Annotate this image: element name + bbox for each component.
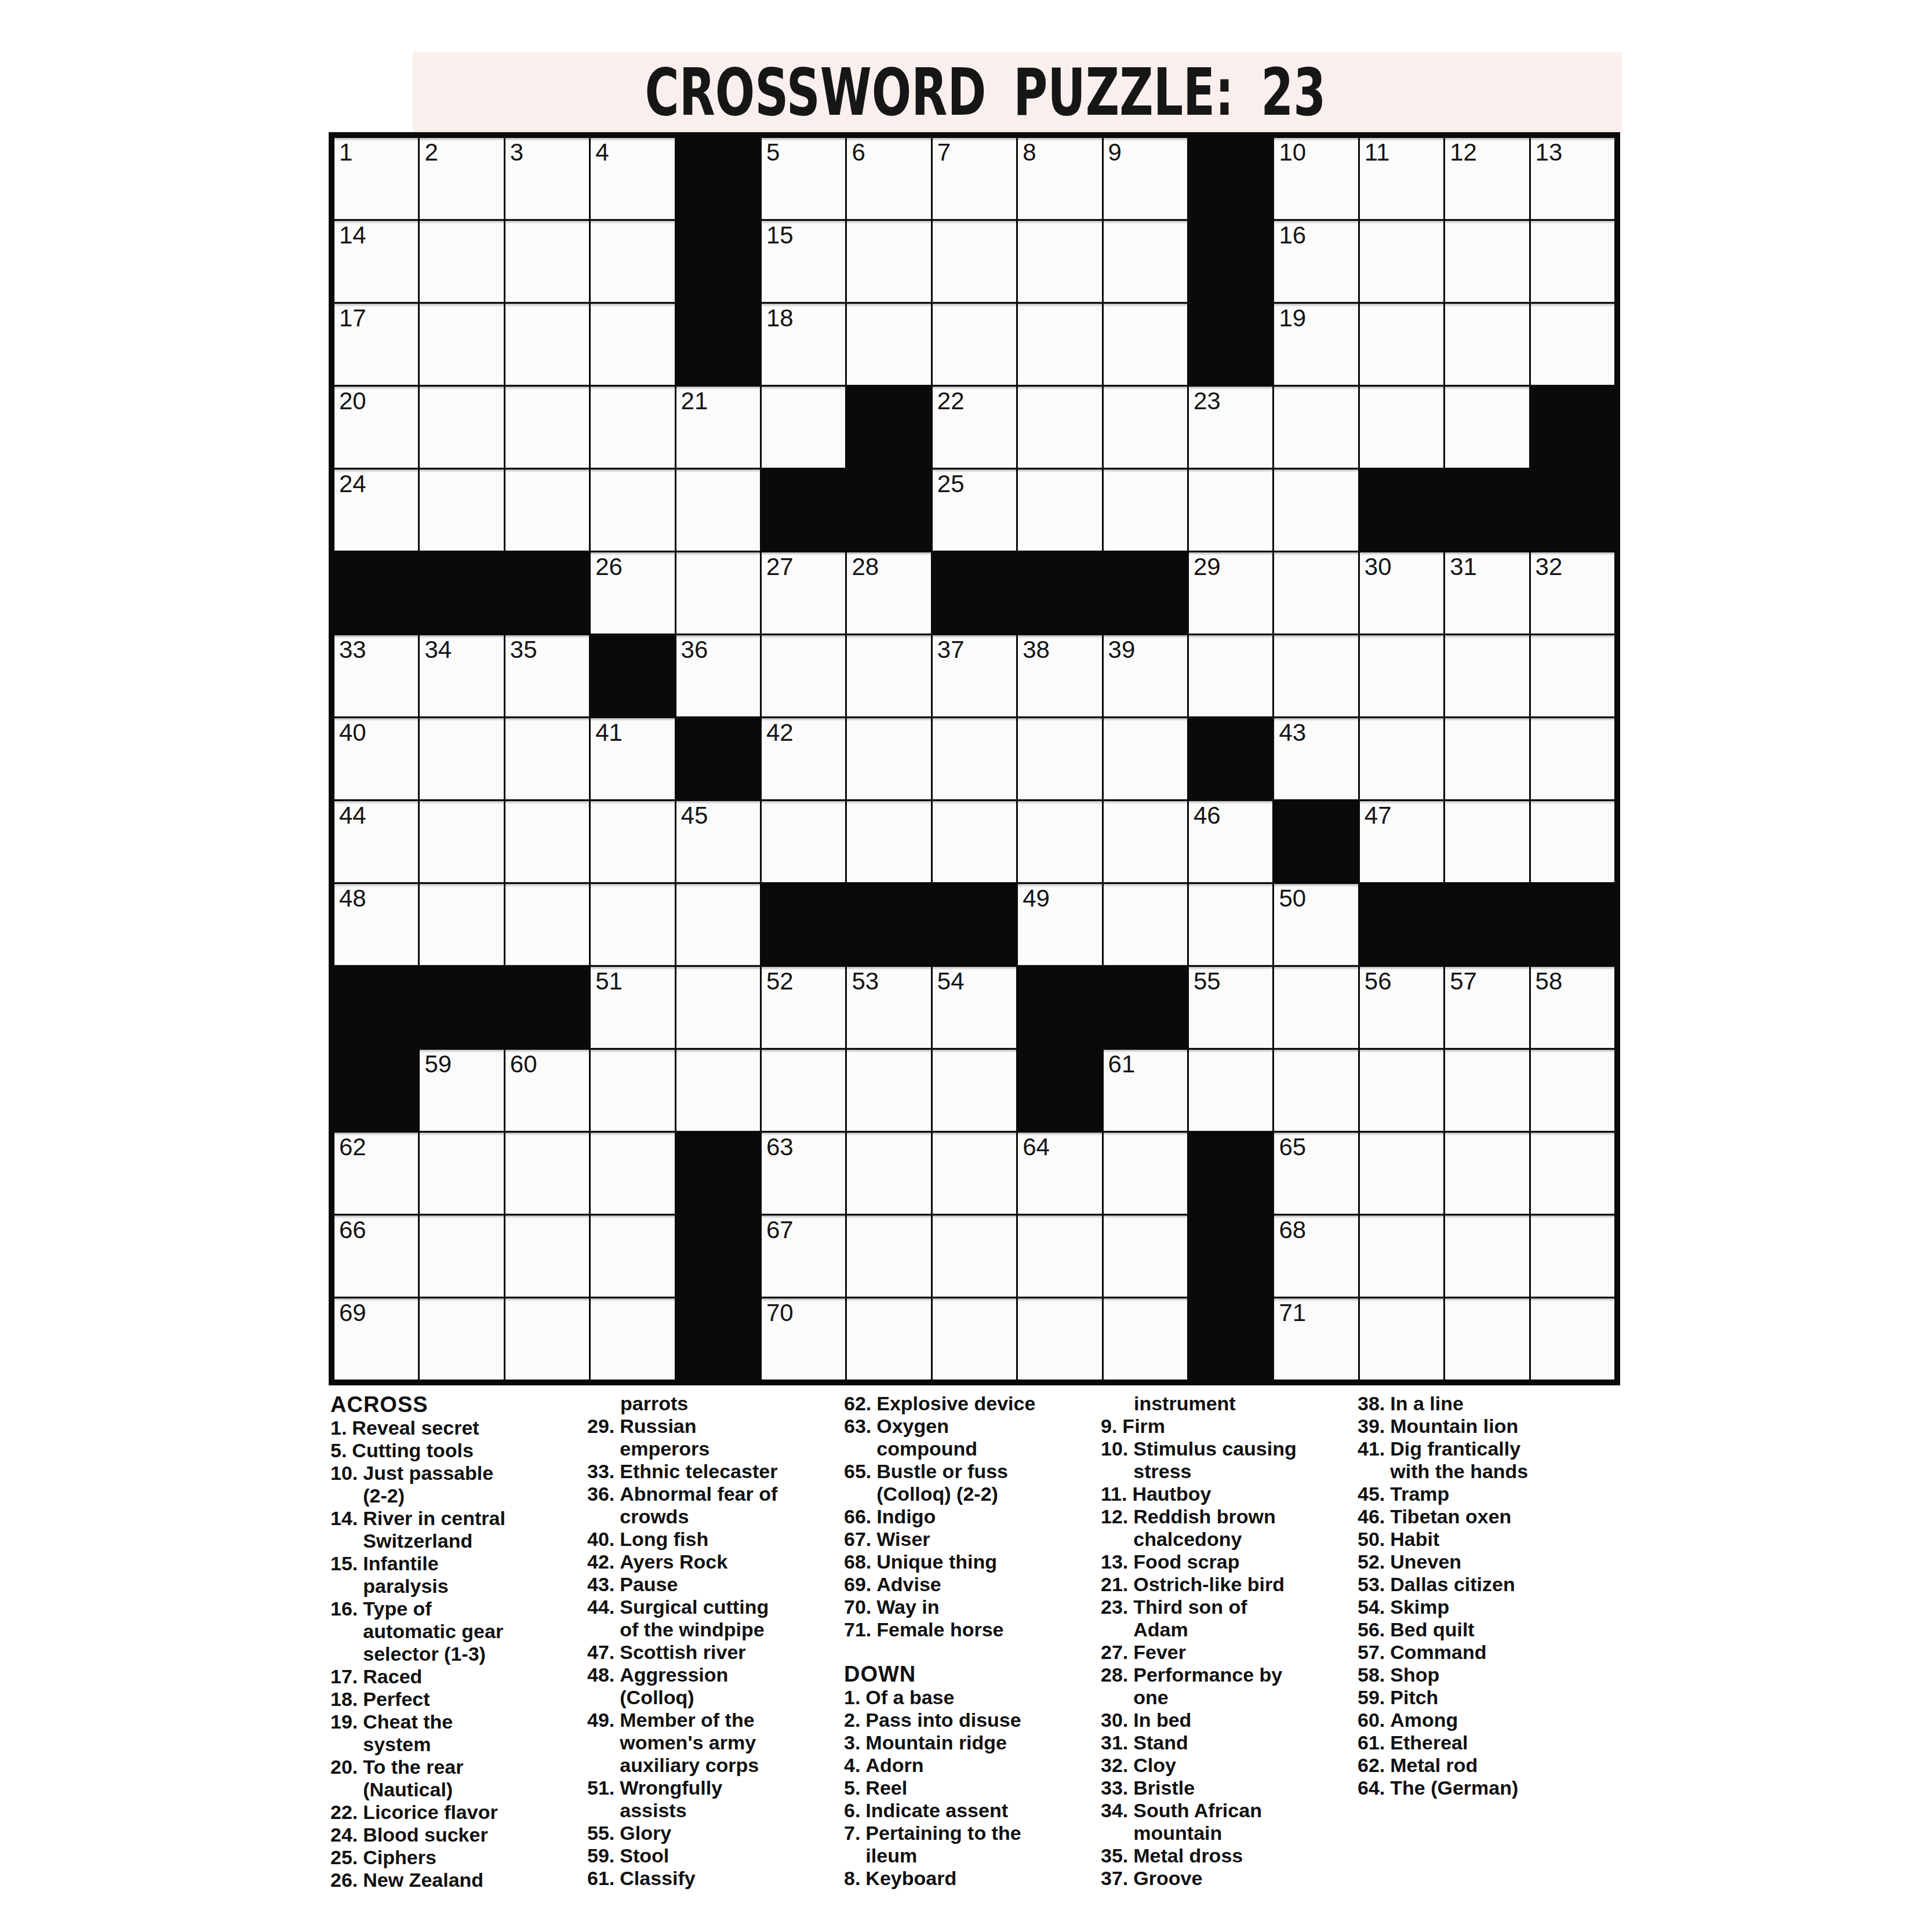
cell-r5c10[interactable] (1104, 470, 1187, 551)
black-cell-r11c3 (505, 967, 589, 1048)
cell-r5c3[interactable] (505, 470, 589, 551)
clue-text: Dallas citizen (1390, 1573, 1515, 1596)
cell-number: 16 (1279, 223, 1306, 248)
clue-number: 25. (330, 1846, 358, 1869)
clue-number: 1. (330, 1417, 347, 1439)
cell-r9c11[interactable]: 46 (1189, 801, 1272, 882)
clue-down-32: 32.Cloy (1101, 1754, 1347, 1777)
cell-r12c11[interactable] (1189, 1050, 1272, 1131)
cell-number: 4 (595, 140, 609, 165)
cell-r6c14[interactable]: 31 (1445, 552, 1529, 634)
cell-number: 52 (766, 969, 794, 994)
clue-number: 33. (587, 1460, 614, 1483)
cell-r3c9[interactable] (1018, 304, 1101, 385)
cell-r13c9[interactable]: 64 (1018, 1133, 1101, 1214)
clue-across-29: 29.Russian emperors (587, 1415, 833, 1460)
cell-r2c2[interactable] (420, 221, 503, 302)
cell-r10c9[interactable]: 49 (1018, 884, 1101, 965)
cell-r2c13[interactable] (1360, 221, 1443, 302)
cell-number: 69 (339, 1301, 366, 1325)
cell-number: 71 (1279, 1301, 1306, 1325)
cell-r10c3[interactable] (505, 884, 589, 965)
cell-r12c4[interactable] (591, 1050, 674, 1131)
cell-r11c11[interactable]: 55 (1189, 967, 1272, 1048)
cell-r1c15[interactable]: 13 (1531, 138, 1614, 219)
cell-r3c15[interactable] (1531, 304, 1614, 385)
black-cell-r2c11 (1189, 221, 1272, 302)
cell-r8c1[interactable]: 40 (334, 718, 418, 799)
cell-r4c10[interactable] (1104, 387, 1187, 468)
cell-r13c15[interactable] (1531, 1133, 1614, 1214)
cell-r9c6[interactable] (762, 801, 845, 882)
cell-r11c7[interactable]: 53 (847, 967, 930, 1048)
cell-r7c15[interactable] (1531, 635, 1614, 716)
cell-r9c15[interactable] (1531, 801, 1614, 882)
cell-r7c13[interactable] (1360, 635, 1443, 716)
cell-r5c2[interactable] (420, 470, 503, 551)
cell-number: 42 (766, 721, 794, 745)
cell-r15c13[interactable] (1360, 1298, 1443, 1380)
clue-number: 5. (844, 1777, 860, 1799)
cell-r8c2[interactable] (420, 718, 503, 799)
clue-text: Bustle or fuss (Colloq) (2-2) (876, 1460, 1008, 1505)
cell-r6c15[interactable]: 32 (1531, 552, 1614, 634)
cell-r14c9[interactable] (1018, 1216, 1101, 1297)
cell-r1c10[interactable]: 9 (1104, 138, 1187, 219)
cell-r1c4[interactable]: 4 (591, 138, 674, 219)
cell-r12c13[interactable] (1360, 1050, 1443, 1131)
cell-r9c7[interactable] (847, 801, 930, 882)
cell-r7c2[interactable]: 34 (420, 635, 503, 716)
cell-r9c2[interactable] (420, 801, 503, 882)
cell-r4c9[interactable] (1018, 387, 1101, 468)
clue-across-71: 71.Female horse (844, 1618, 1090, 1641)
cell-r13c6[interactable]: 63 (762, 1133, 845, 1214)
cell-r10c5[interactable] (676, 884, 760, 965)
cell-r12c5[interactable] (676, 1050, 760, 1131)
cell-r8c7[interactable] (847, 718, 930, 799)
cell-r3c1[interactable]: 17 (334, 304, 418, 385)
cell-number: 25 (937, 472, 965, 496)
cell-r6c6[interactable]: 27 (762, 552, 845, 634)
cell-r8c6[interactable]: 42 (762, 718, 845, 799)
cell-r9c14[interactable] (1445, 801, 1529, 882)
cell-r3c4[interactable] (591, 304, 674, 385)
cell-r10c12[interactable]: 50 (1274, 884, 1358, 965)
cell-r6c4[interactable]: 26 (591, 552, 674, 634)
cell-number: 29 (1194, 555, 1221, 579)
cell-r12c3[interactable]: 60 (505, 1050, 589, 1131)
clue-text: Bristle (1133, 1777, 1195, 1799)
clue-down-30: 30.In bed (1101, 1709, 1347, 1731)
cell-r3c14[interactable] (1445, 304, 1529, 385)
cell-number: 46 (1194, 803, 1221, 828)
black-cell-r6c1 (334, 552, 418, 634)
clue-number: 59. (1358, 1686, 1385, 1709)
cell-r10c10[interactable] (1104, 884, 1187, 965)
cell-r4c11[interactable]: 23 (1189, 387, 1272, 468)
clue-text: Wrongfully assists (620, 1777, 722, 1822)
clue-text: Fever (1133, 1641, 1186, 1664)
clue-number: 5. (330, 1439, 347, 1462)
black-cell-r4c7 (847, 387, 930, 468)
cell-r15c12[interactable]: 71 (1274, 1298, 1358, 1380)
cell-r2c3[interactable] (505, 221, 589, 302)
cell-r4c2[interactable] (420, 387, 503, 468)
cell-number: 55 (1194, 969, 1221, 994)
cell-r6c5[interactable] (676, 552, 760, 634)
cell-r7c11[interactable] (1189, 635, 1272, 716)
clue-number: 67. (844, 1528, 871, 1551)
clue-number: 10. (330, 1462, 358, 1485)
cell-number: 15 (766, 223, 794, 248)
clue-down-57: 57.Command (1358, 1641, 1603, 1664)
cell-r11c6[interactable]: 52 (762, 967, 845, 1048)
cell-r9c5[interactable]: 45 (676, 801, 760, 882)
black-cell-r1c5 (676, 138, 760, 219)
cell-r7c6[interactable] (762, 635, 845, 716)
cell-r15c4[interactable] (591, 1298, 674, 1380)
cell-r14c6[interactable]: 67 (762, 1216, 845, 1297)
cell-r15c8[interactable] (933, 1298, 1016, 1380)
clue-number: 71. (844, 1618, 871, 1641)
cell-r3c12[interactable]: 19 (1274, 304, 1358, 385)
cell-r3c13[interactable] (1360, 304, 1443, 385)
clue-number: 61. (1358, 1731, 1385, 1754)
cell-r13c2[interactable] (420, 1133, 503, 1214)
cell-r13c1[interactable]: 62 (334, 1133, 418, 1214)
cell-r15c1[interactable]: 69 (334, 1298, 418, 1380)
clue-down-53: 53.Dallas citizen (1358, 1573, 1603, 1596)
cell-r13c14[interactable] (1445, 1133, 1529, 1214)
cell-r15c9[interactable] (1018, 1298, 1101, 1380)
cell-r11c8[interactable]: 54 (933, 967, 1016, 1048)
cell-r5c8[interactable]: 25 (933, 470, 1016, 551)
cell-r15c7[interactable] (847, 1298, 930, 1380)
cell-r9c3[interactable] (505, 801, 589, 882)
clue-text: Uneven (1390, 1551, 1461, 1573)
clue-number: 7. (844, 1822, 860, 1844)
clue-text: Abnormal fear of crowds (620, 1483, 777, 1528)
cell-r12c10[interactable]: 61 (1104, 1050, 1187, 1131)
cell-r3c2[interactable] (420, 304, 503, 385)
cell-r1c8[interactable]: 7 (933, 138, 1016, 219)
clue-down-4: 4.Adorn (844, 1754, 1090, 1777)
cell-r14c13[interactable] (1360, 1216, 1443, 1297)
clue-number: 20. (330, 1756, 358, 1778)
cell-r10c4[interactable] (591, 884, 674, 965)
clue-text: Infantile paralysis (363, 1552, 448, 1598)
cell-r11c4[interactable]: 51 (591, 967, 674, 1048)
cell-r4c13[interactable] (1360, 387, 1443, 468)
cell-r14c8[interactable] (933, 1216, 1016, 1297)
clue-across-14: 14.River in central Switzerland (330, 1507, 576, 1552)
cell-r2c8[interactable] (933, 221, 1016, 302)
cell-r5c5[interactable] (676, 470, 760, 551)
clue-down-28: 28.Performance by one (1101, 1664, 1347, 1709)
clue-number: 36. (587, 1483, 614, 1505)
cell-r2c6[interactable]: 15 (762, 221, 845, 302)
cell-r13c4[interactable] (591, 1133, 674, 1214)
cell-r11c15[interactable]: 58 (1531, 967, 1614, 1048)
cell-r10c2[interactable] (420, 884, 503, 965)
black-cell-r11c2 (420, 967, 503, 1048)
cell-r15c14[interactable] (1445, 1298, 1529, 1380)
clue-text: Pertaining to the ileum (865, 1822, 1021, 1867)
cell-r4c14[interactable] (1445, 387, 1529, 468)
clue-number: 29. (587, 1415, 614, 1438)
cell-r14c10[interactable] (1104, 1216, 1187, 1297)
clue-text: River in central Switzerland (363, 1507, 505, 1552)
cell-r14c3[interactable] (505, 1216, 589, 1297)
cell-r6c13[interactable]: 30 (1360, 552, 1443, 634)
clue-number: 59. (587, 1844, 614, 1867)
cell-r7c12[interactable] (1274, 635, 1358, 716)
cell-r4c8[interactable]: 22 (933, 387, 1016, 468)
clue-text: Female horse (876, 1618, 1003, 1641)
cell-r12c2[interactable]: 59 (420, 1050, 503, 1131)
cell-r5c12[interactable] (1274, 470, 1358, 551)
cell-r1c9[interactable]: 8 (1018, 138, 1101, 219)
clue-number: 62. (1358, 1754, 1385, 1777)
cell-number: 18 (766, 306, 794, 330)
cell-r14c2[interactable] (420, 1216, 503, 1297)
clue-number: 30. (1101, 1709, 1128, 1731)
clue-number: 66. (844, 1505, 871, 1528)
cell-r7c7[interactable] (847, 635, 930, 716)
clue-number: 38. (1358, 1392, 1385, 1415)
cell-number: 48 (339, 886, 366, 911)
cell-r1c14[interactable]: 12 (1445, 138, 1529, 219)
cell-r8c4[interactable]: 41 (591, 718, 674, 799)
black-cell-r14c11 (1189, 1216, 1272, 1297)
cell-r13c3[interactable] (505, 1133, 589, 1214)
cell-number: 30 (1365, 555, 1392, 579)
cell-r4c1[interactable]: 20 (334, 387, 418, 468)
cell-r14c15[interactable] (1531, 1216, 1614, 1297)
cell-r1c3[interactable]: 3 (505, 138, 589, 219)
cell-r2c15[interactable] (1531, 221, 1614, 302)
cell-r2c1[interactable]: 14 (334, 221, 418, 302)
clue-down-52: 52.Uneven (1358, 1551, 1603, 1573)
clue-number: 64. (1358, 1777, 1385, 1799)
cell-r5c4[interactable] (591, 470, 674, 551)
cell-r15c6[interactable]: 70 (762, 1298, 845, 1380)
cell-r8c9[interactable] (1018, 718, 1101, 799)
clue-number: 55. (587, 1822, 614, 1844)
cell-r8c14[interactable] (1445, 718, 1529, 799)
clue-text: New Zealand (363, 1869, 483, 1891)
clue-number: 8. (844, 1867, 860, 1890)
cell-r2c9[interactable] (1018, 221, 1101, 302)
clue-number: 13. (1101, 1551, 1128, 1573)
clue-number: 54. (1358, 1596, 1385, 1618)
cell-r7c5[interactable]: 36 (676, 635, 760, 716)
cell-number: 57 (1450, 969, 1477, 994)
clue-text: Mountain lion (1390, 1415, 1518, 1438)
black-cell-r7c4 (591, 635, 674, 716)
cell-r9c1[interactable]: 44 (334, 801, 418, 882)
cell-r4c6[interactable] (762, 387, 845, 468)
clue-down-31: 31.Stand (1101, 1731, 1347, 1754)
clue-text: Surgical cutting of the windpipe (620, 1596, 769, 1641)
clue-number: 14. (330, 1507, 358, 1530)
black-cell-r8c11 (1189, 718, 1272, 799)
cell-r7c10[interactable]: 39 (1104, 635, 1187, 716)
cell-r13c12[interactable]: 65 (1274, 1133, 1358, 1214)
cell-r14c7[interactable] (847, 1216, 930, 1297)
clue-down-60: 60.Among (1358, 1709, 1603, 1731)
cell-r15c15[interactable] (1531, 1298, 1614, 1380)
cell-r14c4[interactable] (591, 1216, 674, 1297)
cell-r7c1[interactable]: 33 (334, 635, 418, 716)
cell-r9c8[interactable] (933, 801, 1016, 882)
cell-r4c5[interactable]: 21 (676, 387, 760, 468)
black-cell-r10c14 (1445, 884, 1529, 965)
clue-text: Indigo (876, 1505, 936, 1528)
cell-r5c9[interactable] (1018, 470, 1101, 551)
cell-r12c12[interactable] (1274, 1050, 1358, 1131)
cell-r12c7[interactable] (847, 1050, 930, 1131)
clue-text: Blood sucker (363, 1824, 487, 1846)
clue-down-46: 46.Tibetan oxen (1358, 1505, 1603, 1528)
clue-number: 12. (1101, 1505, 1128, 1528)
cell-r10c11[interactable] (1189, 884, 1272, 965)
cell-r14c12[interactable]: 68 (1274, 1216, 1358, 1297)
cell-r8c3[interactable] (505, 718, 589, 799)
cell-r11c14[interactable]: 57 (1445, 967, 1529, 1048)
cell-number: 40 (339, 721, 366, 745)
cell-r13c10[interactable] (1104, 1133, 1187, 1214)
clue-text: Tibetan oxen (1390, 1505, 1511, 1528)
cell-r15c10[interactable] (1104, 1298, 1187, 1380)
cell-r2c10[interactable] (1104, 221, 1187, 302)
clue-across-33: 33.Ethnic telecaster (587, 1460, 833, 1483)
cell-r2c7[interactable] (847, 221, 930, 302)
clue-text: instrument (1134, 1392, 1236, 1415)
cell-r6c7[interactable]: 28 (847, 552, 930, 634)
clue-text: Aggression (Colloq) (620, 1664, 728, 1709)
clue-number: 48. (587, 1664, 614, 1686)
clue-text: Command (1390, 1641, 1486, 1664)
cell-r1c12[interactable]: 10 (1274, 138, 1358, 219)
black-cell-r10c8 (933, 884, 1016, 965)
cell-r15c3[interactable] (505, 1298, 589, 1380)
cell-r4c12[interactable] (1274, 387, 1358, 468)
cell-number: 53 (852, 969, 879, 994)
clue-text: Cloy (1133, 1754, 1176, 1777)
clue-down-62: 62.Metal rod (1358, 1754, 1603, 1777)
cell-r8c8[interactable] (933, 718, 1016, 799)
clue-number: 70. (844, 1596, 871, 1618)
cell-r9c10[interactable] (1104, 801, 1187, 882)
cell-r3c8[interactable] (933, 304, 1016, 385)
clue-down-41: 41.Dig frantically with the hands (1358, 1438, 1603, 1483)
cell-r14c1[interactable]: 66 (334, 1216, 418, 1297)
cell-r14c14[interactable] (1445, 1216, 1529, 1297)
clue-number: 47. (587, 1641, 614, 1664)
cell-number: 31 (1450, 555, 1477, 579)
cell-r5c1[interactable]: 24 (334, 470, 418, 551)
cell-r12c6[interactable] (762, 1050, 845, 1131)
cell-r9c13[interactable]: 47 (1360, 801, 1443, 882)
cell-r2c4[interactable] (591, 221, 674, 302)
cell-r7c14[interactable] (1445, 635, 1529, 716)
cell-r11c13[interactable]: 56 (1360, 967, 1443, 1048)
cell-r7c3[interactable]: 35 (505, 635, 589, 716)
clue-number: 26. (330, 1869, 358, 1891)
cell-r3c6[interactable]: 18 (762, 304, 845, 385)
clue-down-33: 33.Bristle (1101, 1777, 1347, 1799)
clue-down-37: 37.Groove (1101, 1867, 1347, 1890)
cell-r6c11[interactable]: 29 (1189, 552, 1272, 634)
clue-number: 24. (330, 1824, 358, 1846)
clue-text: Just passable (2-2) (363, 1462, 493, 1507)
cell-r1c7[interactable]: 6 (847, 138, 930, 219)
cell-number: 66 (339, 1218, 366, 1242)
cell-r7c8[interactable]: 37 (933, 635, 1016, 716)
cell-r9c9[interactable] (1018, 801, 1101, 882)
cell-number: 65 (1279, 1135, 1306, 1159)
cell-r13c8[interactable] (933, 1133, 1016, 1214)
clue-down-45: 45.Tramp (1358, 1483, 1603, 1505)
cell-number: 37 (937, 638, 965, 662)
cell-r9c4[interactable] (591, 801, 674, 882)
cell-r6c12[interactable] (1274, 552, 1358, 634)
cell-r13c13[interactable] (1360, 1133, 1443, 1214)
cell-r8c15[interactable] (1531, 718, 1614, 799)
clue-across-51: 51.Wrongfully assists (587, 1777, 833, 1822)
clue-down-39: 39.Mountain lion (1358, 1415, 1603, 1438)
cell-r8c12[interactable]: 43 (1274, 718, 1358, 799)
cell-r1c13[interactable]: 11 (1360, 138, 1443, 219)
cell-r7c9[interactable]: 38 (1018, 635, 1101, 716)
clue-number: 41. (1358, 1438, 1385, 1460)
cell-r3c7[interactable] (847, 304, 930, 385)
clue-text: Hautboy (1132, 1483, 1211, 1505)
cell-r5c11[interactable] (1189, 470, 1272, 551)
clue-across-43: 43.Pause (587, 1573, 833, 1596)
cell-r8c10[interactable] (1104, 718, 1187, 799)
cell-r1c1[interactable]: 1 (334, 138, 418, 219)
cell-number: 28 (852, 555, 879, 579)
cell-r1c6[interactable]: 5 (762, 138, 845, 219)
cell-r3c3[interactable] (505, 304, 589, 385)
black-cell-r10c13 (1360, 884, 1443, 965)
cell-r8c13[interactable] (1360, 718, 1443, 799)
clue-number: 39. (1358, 1415, 1385, 1438)
cell-r1c2[interactable]: 2 (420, 138, 503, 219)
cell-r4c4[interactable] (591, 387, 674, 468)
clue-text: Cutting tools (352, 1439, 474, 1462)
cell-r2c14[interactable] (1445, 221, 1529, 302)
clue-text: Perfect (363, 1688, 430, 1711)
cell-r11c12[interactable] (1274, 967, 1358, 1048)
cell-r13c7[interactable] (847, 1133, 930, 1214)
clue-number: 51. (587, 1777, 614, 1799)
cell-r2c12[interactable]: 16 (1274, 221, 1358, 302)
cell-r12c14[interactable] (1445, 1050, 1529, 1131)
cell-r3c10[interactable] (1104, 304, 1187, 385)
cell-r4c3[interactable] (505, 387, 589, 468)
cell-r12c15[interactable] (1531, 1050, 1614, 1131)
cell-r10c1[interactable]: 48 (334, 884, 418, 965)
cell-r15c2[interactable] (420, 1298, 503, 1380)
cell-r12c8[interactable] (933, 1050, 1016, 1131)
cell-r11c5[interactable] (676, 967, 760, 1048)
cell-number: 34 (424, 638, 452, 662)
clue-across-1: 1.Reveal secret (330, 1417, 576, 1439)
